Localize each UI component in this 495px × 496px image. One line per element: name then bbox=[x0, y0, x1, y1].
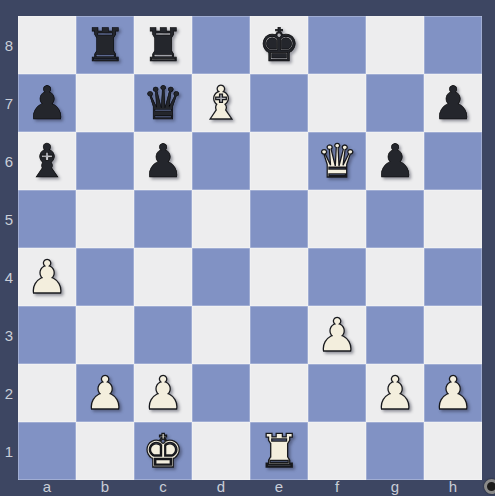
rank-label-5: 5 bbox=[0, 190, 18, 248]
square-g5[interactable] bbox=[366, 190, 424, 248]
square-a4[interactable]: ♟ bbox=[18, 248, 76, 306]
square-b1[interactable] bbox=[76, 422, 134, 480]
square-h7[interactable]: ♟ bbox=[424, 74, 482, 132]
square-b8[interactable]: ♜ bbox=[76, 16, 134, 74]
white-pawn-piece[interactable]: ♟ bbox=[316, 306, 357, 364]
square-d1[interactable] bbox=[192, 422, 250, 480]
rank-label-2: 2 bbox=[0, 364, 18, 422]
square-d4[interactable] bbox=[192, 248, 250, 306]
square-d3[interactable] bbox=[192, 306, 250, 364]
square-f2[interactable] bbox=[308, 364, 366, 422]
file-label-f: f bbox=[308, 479, 366, 496]
white-pawn-piece[interactable]: ♟ bbox=[374, 364, 415, 422]
square-g8[interactable] bbox=[366, 16, 424, 74]
square-h4[interactable] bbox=[424, 248, 482, 306]
square-f4[interactable] bbox=[308, 248, 366, 306]
square-h5[interactable] bbox=[424, 190, 482, 248]
file-label-d: d bbox=[192, 479, 250, 496]
black-pawn-piece[interactable]: ♟ bbox=[374, 132, 415, 190]
square-d8[interactable] bbox=[192, 16, 250, 74]
square-h2[interactable]: ♟ bbox=[424, 364, 482, 422]
square-d5[interactable] bbox=[192, 190, 250, 248]
white-rook-piece[interactable]: ♜ bbox=[258, 422, 299, 480]
square-b3[interactable] bbox=[76, 306, 134, 364]
square-d7[interactable]: ♝ bbox=[192, 74, 250, 132]
file-label-a: a bbox=[18, 479, 76, 496]
file-label-h: h bbox=[424, 479, 482, 496]
square-f1[interactable] bbox=[308, 422, 366, 480]
square-b6[interactable] bbox=[76, 132, 134, 190]
square-c2[interactable]: ♟ bbox=[134, 364, 192, 422]
square-f8[interactable] bbox=[308, 16, 366, 74]
square-c8[interactable]: ♜ bbox=[134, 16, 192, 74]
black-rook-piece[interactable]: ♜ bbox=[142, 16, 183, 74]
file-label-g: g bbox=[366, 479, 424, 496]
black-rook-piece[interactable]: ♜ bbox=[84, 16, 125, 74]
square-e7[interactable] bbox=[250, 74, 308, 132]
square-f5[interactable] bbox=[308, 190, 366, 248]
square-e5[interactable] bbox=[250, 190, 308, 248]
black-queen-piece[interactable]: ♛ bbox=[142, 74, 183, 132]
square-a3[interactable] bbox=[18, 306, 76, 364]
black-bishop-piece[interactable]: ♝ bbox=[26, 132, 67, 190]
black-pawn-piece[interactable]: ♟ bbox=[142, 132, 183, 190]
square-d2[interactable] bbox=[192, 364, 250, 422]
file-label-e: e bbox=[250, 479, 308, 496]
square-e8[interactable]: ♚ bbox=[250, 16, 308, 74]
rank-label-7: 7 bbox=[0, 74, 18, 132]
white-pawn-piece[interactable]: ♟ bbox=[432, 364, 473, 422]
square-a1[interactable] bbox=[18, 422, 76, 480]
rank-label-6: 6 bbox=[0, 132, 18, 190]
square-a2[interactable] bbox=[18, 364, 76, 422]
file-label-c: c bbox=[134, 479, 192, 496]
square-e6[interactable] bbox=[250, 132, 308, 190]
black-pawn-piece[interactable]: ♟ bbox=[26, 74, 67, 132]
rank-label-8: 8 bbox=[0, 16, 18, 74]
corner-circle-icon[interactable] bbox=[484, 479, 495, 494]
white-pawn-piece[interactable]: ♟ bbox=[84, 364, 125, 422]
square-a8[interactable] bbox=[18, 16, 76, 74]
white-bishop-piece[interactable]: ♝ bbox=[200, 74, 241, 132]
square-g2[interactable]: ♟ bbox=[366, 364, 424, 422]
square-g6[interactable]: ♟ bbox=[366, 132, 424, 190]
square-f6[interactable]: ♛ bbox=[308, 132, 366, 190]
square-c7[interactable]: ♛ bbox=[134, 74, 192, 132]
square-g4[interactable] bbox=[366, 248, 424, 306]
rank-label-1: 1 bbox=[0, 422, 18, 480]
square-c3[interactable] bbox=[134, 306, 192, 364]
square-b4[interactable] bbox=[76, 248, 134, 306]
white-king-piece[interactable]: ♚ bbox=[142, 422, 183, 480]
rank-labels: 87654321 bbox=[0, 16, 18, 480]
square-f3[interactable]: ♟ bbox=[308, 306, 366, 364]
square-b5[interactable] bbox=[76, 190, 134, 248]
black-king-piece[interactable]: ♚ bbox=[258, 16, 299, 74]
square-a5[interactable] bbox=[18, 190, 76, 248]
file-labels: abcdefgh bbox=[18, 479, 482, 496]
file-label-b: b bbox=[76, 479, 134, 496]
square-g7[interactable] bbox=[366, 74, 424, 132]
square-e2[interactable] bbox=[250, 364, 308, 422]
rank-label-4: 4 bbox=[0, 248, 18, 306]
chess-board: ♜♜♚♟♛♝♟♝♟♛♟♟♟♟♟♟♟♚♜ bbox=[18, 16, 482, 480]
square-d6[interactable] bbox=[192, 132, 250, 190]
square-c5[interactable] bbox=[134, 190, 192, 248]
square-f7[interactable] bbox=[308, 74, 366, 132]
white-queen-piece[interactable]: ♛ bbox=[316, 132, 357, 190]
square-h3[interactable] bbox=[424, 306, 482, 364]
square-b7[interactable] bbox=[76, 74, 134, 132]
square-e3[interactable] bbox=[250, 306, 308, 364]
square-a6[interactable]: ♝ bbox=[18, 132, 76, 190]
square-c1[interactable]: ♚ bbox=[134, 422, 192, 480]
square-e1[interactable]: ♜ bbox=[250, 422, 308, 480]
white-pawn-piece[interactable]: ♟ bbox=[142, 364, 183, 422]
square-c4[interactable] bbox=[134, 248, 192, 306]
square-b2[interactable]: ♟ bbox=[76, 364, 134, 422]
square-g3[interactable] bbox=[366, 306, 424, 364]
white-pawn-piece[interactable]: ♟ bbox=[26, 248, 67, 306]
square-h6[interactable] bbox=[424, 132, 482, 190]
chess-app-window: 87654321 ♜♜♚♟♛♝♟♝♟♛♟♟♟♟♟♟♟♚♜ abcdefgh bbox=[0, 0, 495, 496]
square-e4[interactable] bbox=[250, 248, 308, 306]
square-c6[interactable]: ♟ bbox=[134, 132, 192, 190]
square-g1[interactable] bbox=[366, 422, 424, 480]
black-pawn-piece[interactable]: ♟ bbox=[432, 74, 473, 132]
square-h1[interactable] bbox=[424, 422, 482, 480]
rank-label-3: 3 bbox=[0, 306, 18, 364]
square-a7[interactable]: ♟ bbox=[18, 74, 76, 132]
square-h8[interactable] bbox=[424, 16, 482, 74]
